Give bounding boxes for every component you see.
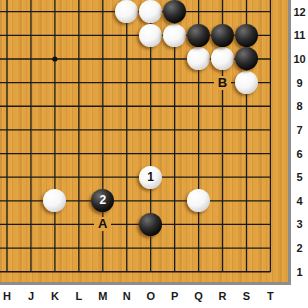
- row-label-12: 12: [291, 4, 308, 20]
- mark-A-M3[interactable]: A: [94, 217, 111, 231]
- col-label-N: N: [117, 288, 137, 304]
- col-label-M: M: [93, 288, 113, 304]
- row-label-7: 7: [291, 122, 308, 138]
- black-stone-Q11[interactable]: [187, 24, 210, 47]
- goban[interactable]: 12AB: [0, 0, 291, 285]
- row-label-5: 5: [291, 169, 308, 185]
- row-label-4: 4: [291, 193, 308, 209]
- col-label-T: T: [260, 288, 280, 304]
- col-label-R: R: [213, 288, 233, 304]
- row-label-6: 6: [291, 146, 308, 162]
- col-label-Q: Q: [189, 288, 209, 304]
- col-label-P: P: [165, 288, 185, 304]
- mark-B-R9[interactable]: B: [214, 76, 231, 90]
- col-label-K: K: [45, 288, 65, 304]
- white-stone-O11[interactable]: [139, 24, 162, 47]
- col-label-H: H: [0, 288, 17, 304]
- white-stone-O5[interactable]: 1: [139, 166, 162, 189]
- white-stone-S9[interactable]: [235, 71, 258, 94]
- go-board-diagram: 12AB HJKLMNOPQRST121110987654321: [0, 0, 308, 308]
- row-label-9: 9: [291, 75, 308, 91]
- col-label-L: L: [69, 288, 89, 304]
- col-label-J: J: [21, 288, 41, 304]
- row-label-1: 1: [291, 264, 308, 280]
- row-label-3: 3: [291, 216, 308, 232]
- black-stone-S11[interactable]: [235, 24, 258, 47]
- col-label-S: S: [237, 288, 257, 304]
- black-stone-R11[interactable]: [211, 24, 234, 47]
- row-label-11: 11: [291, 27, 308, 43]
- white-stone-P11[interactable]: [163, 24, 186, 47]
- black-stone-O3[interactable]: [139, 213, 162, 236]
- row-label-10: 10: [291, 51, 308, 67]
- row-label-8: 8: [291, 98, 308, 114]
- row-label-2: 2: [291, 240, 308, 256]
- star-point-K10: [52, 56, 57, 61]
- col-label-O: O: [141, 288, 161, 304]
